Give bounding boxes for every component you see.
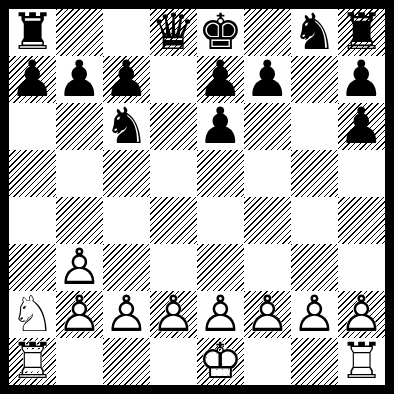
square-e1[interactable]: ♚♔	[197, 338, 244, 385]
square-b2[interactable]: ♟♙	[56, 291, 103, 338]
piece-white-pawn[interactable]: ♙	[56, 244, 103, 291]
square-f2[interactable]: ♟♙	[244, 291, 291, 338]
square-f8[interactable]	[244, 9, 291, 56]
piece-black-pawn[interactable]: ♟	[338, 103, 385, 150]
square-g6[interactable]	[291, 103, 338, 150]
square-g1[interactable]	[291, 338, 338, 385]
square-c7[interactable]: ♟	[103, 56, 150, 103]
piece-white-pawn[interactable]: ♙	[244, 291, 291, 338]
piece-black-pawn[interactable]: ♟	[9, 56, 56, 103]
piece-white-pawn[interactable]: ♙	[338, 291, 385, 338]
square-c4[interactable]	[103, 197, 150, 244]
square-b6[interactable]	[56, 103, 103, 150]
square-a5[interactable]	[9, 150, 56, 197]
square-b7[interactable]: ♟	[56, 56, 103, 103]
piece-black-pawn[interactable]: ♟	[103, 56, 150, 103]
square-d8[interactable]: ♛	[150, 9, 197, 56]
square-e7[interactable]: ♟	[197, 56, 244, 103]
square-f1[interactable]	[244, 338, 291, 385]
piece-white-rook[interactable]: ♖	[338, 338, 385, 385]
square-b3[interactable]: ♟♙	[56, 244, 103, 291]
square-d2[interactable]: ♟♙	[150, 291, 197, 338]
piece-white-knight[interactable]: ♘	[9, 291, 56, 338]
square-h1[interactable]: ♜♖	[338, 338, 385, 385]
square-b1[interactable]	[56, 338, 103, 385]
piece-black-rook[interactable]: ♜	[338, 9, 385, 56]
piece-black-knight[interactable]: ♞	[291, 9, 338, 56]
square-h8[interactable]: ♜	[338, 9, 385, 56]
square-e5[interactable]	[197, 150, 244, 197]
square-c6[interactable]: ♞	[103, 103, 150, 150]
square-d3[interactable]	[150, 244, 197, 291]
square-a7[interactable]: ♟	[9, 56, 56, 103]
square-d1[interactable]	[150, 338, 197, 385]
piece-white-pawn[interactable]: ♙	[56, 291, 103, 338]
square-c2[interactable]: ♟♙	[103, 291, 150, 338]
piece-black-pawn[interactable]: ♟	[197, 56, 244, 103]
piece-black-knight[interactable]: ♞	[103, 103, 150, 150]
square-b8[interactable]	[56, 9, 103, 56]
square-e8[interactable]: ♚	[197, 9, 244, 56]
square-h4[interactable]	[338, 197, 385, 244]
piece-white-king[interactable]: ♔	[197, 338, 244, 385]
square-h5[interactable]	[338, 150, 385, 197]
square-d7[interactable]	[150, 56, 197, 103]
piece-black-pawn[interactable]: ♟	[338, 56, 385, 103]
square-f4[interactable]	[244, 197, 291, 244]
square-c5[interactable]	[103, 150, 150, 197]
square-g4[interactable]	[291, 197, 338, 244]
square-f7[interactable]: ♟	[244, 56, 291, 103]
square-c8[interactable]	[103, 9, 150, 56]
square-b5[interactable]	[56, 150, 103, 197]
piece-black-pawn[interactable]: ♟	[56, 56, 103, 103]
square-g7[interactable]	[291, 56, 338, 103]
square-d5[interactable]	[150, 150, 197, 197]
square-h7[interactable]: ♟	[338, 56, 385, 103]
square-a2[interactable]: ♞♘	[9, 291, 56, 338]
board-frame: ♜♛♚♞♜♟♟♟♟♟♟♞♟♟♟♙♞♘♟♙♟♙♟♙♟♙♟♙♟♙♟♙♜♖♚♔♜♖	[0, 0, 394, 394]
chess-board: ♜♛♚♞♜♟♟♟♟♟♟♞♟♟♟♙♞♘♟♙♟♙♟♙♟♙♟♙♟♙♟♙♜♖♚♔♜♖	[9, 9, 385, 385]
square-d6[interactable]	[150, 103, 197, 150]
square-h6[interactable]: ♟	[338, 103, 385, 150]
square-e6[interactable]: ♟	[197, 103, 244, 150]
square-f5[interactable]	[244, 150, 291, 197]
square-f6[interactable]	[244, 103, 291, 150]
square-g8[interactable]: ♞	[291, 9, 338, 56]
square-a4[interactable]	[9, 197, 56, 244]
square-f3[interactable]	[244, 244, 291, 291]
piece-black-pawn[interactable]: ♟	[244, 56, 291, 103]
square-e4[interactable]	[197, 197, 244, 244]
square-e3[interactable]	[197, 244, 244, 291]
piece-black-king[interactable]: ♚	[197, 9, 244, 56]
square-a1[interactable]: ♜♖	[9, 338, 56, 385]
square-h2[interactable]: ♟♙	[338, 291, 385, 338]
square-h3[interactable]	[338, 244, 385, 291]
square-e2[interactable]: ♟♙	[197, 291, 244, 338]
piece-black-queen[interactable]: ♛	[150, 9, 197, 56]
square-a3[interactable]	[9, 244, 56, 291]
piece-white-pawn[interactable]: ♙	[103, 291, 150, 338]
square-d4[interactable]	[150, 197, 197, 244]
piece-white-pawn[interactable]: ♙	[291, 291, 338, 338]
piece-white-rook[interactable]: ♖	[9, 338, 56, 385]
piece-white-pawn[interactable]: ♙	[150, 291, 197, 338]
square-c1[interactable]	[103, 338, 150, 385]
square-g2[interactable]: ♟♙	[291, 291, 338, 338]
piece-black-rook[interactable]: ♜	[9, 9, 56, 56]
piece-white-pawn[interactable]: ♙	[197, 291, 244, 338]
square-b4[interactable]	[56, 197, 103, 244]
square-a8[interactable]: ♜	[9, 9, 56, 56]
square-c3[interactable]	[103, 244, 150, 291]
square-g3[interactable]	[291, 244, 338, 291]
square-a6[interactable]	[9, 103, 56, 150]
piece-black-pawn[interactable]: ♟	[197, 103, 244, 150]
square-g5[interactable]	[291, 150, 338, 197]
